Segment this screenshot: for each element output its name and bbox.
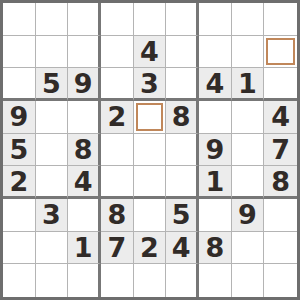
cell-r2c7[interactable] [199,36,232,69]
cell-r6c5[interactable] [134,166,167,199]
cell-r7c1[interactable] [3,199,36,232]
cell-r3c3[interactable]: 9 [68,68,101,101]
cell-r8c2[interactable] [36,232,69,265]
cell-r4c8[interactable] [232,101,265,134]
cell-r4c3[interactable] [68,101,101,134]
cell-r3c4[interactable] [101,68,134,101]
sudoku-board: 459341928458972418385917248 [0,0,300,300]
cell-r7c9[interactable] [264,199,297,232]
cell-r5c7[interactable]: 9 [199,134,232,167]
cell-r7c6[interactable]: 5 [166,199,199,232]
cell-r4c9[interactable]: 4 [264,101,297,134]
cell-r9c9[interactable] [264,264,297,297]
cell-r1c1[interactable] [3,3,36,36]
cell-r2c2[interactable] [36,36,69,69]
cell-r3c1[interactable] [3,68,36,101]
cell-r6c6[interactable] [166,166,199,199]
cell-r8c9[interactable] [264,232,297,265]
cell-r8c4[interactable]: 7 [101,232,134,265]
cell-r4c4[interactable]: 2 [101,101,134,134]
cell-r9c1[interactable] [3,264,36,297]
cell-r6c8[interactable] [232,166,265,199]
cell-r4c6[interactable]: 8 [166,101,199,134]
cell-r6c7[interactable]: 1 [199,166,232,199]
cell-r7c3[interactable] [68,199,101,232]
cell-r3c2[interactable]: 5 [36,68,69,101]
cell-r2c1[interactable] [3,36,36,69]
cell-r2c8[interactable] [232,36,265,69]
cell-r8c1[interactable] [3,232,36,265]
cell-r6c9[interactable]: 8 [264,166,297,199]
cell-r7c4[interactable]: 8 [101,199,134,232]
cell-r6c2[interactable] [36,166,69,199]
cell-r7c2[interactable]: 3 [36,199,69,232]
cell-r4c5[interactable] [134,101,167,134]
cell-r1c2[interactable] [36,3,69,36]
cell-r6c4[interactable] [101,166,134,199]
cell-r3c5[interactable]: 3 [134,68,167,101]
cell-r5c1[interactable]: 5 [3,134,36,167]
cell-r9c6[interactable] [166,264,199,297]
cell-r3c8[interactable]: 1 [232,68,265,101]
cell-r5c2[interactable] [36,134,69,167]
cell-r8c3[interactable]: 1 [68,232,101,265]
cell-r8c6[interactable]: 4 [166,232,199,265]
cell-r9c4[interactable] [101,264,134,297]
cell-r2c6[interactable] [166,36,199,69]
cell-r2c4[interactable] [101,36,134,69]
cell-r9c8[interactable] [232,264,265,297]
cell-r1c4[interactable] [101,3,134,36]
cell-r6c1[interactable]: 2 [3,166,36,199]
cell-r7c7[interactable] [199,199,232,232]
cell-r6c3[interactable]: 4 [68,166,101,199]
cell-r3c9[interactable] [264,68,297,101]
cell-r2c5[interactable]: 4 [134,36,167,69]
cell-r8c7[interactable]: 8 [199,232,232,265]
cell-r9c3[interactable] [68,264,101,297]
cell-r1c8[interactable] [232,3,265,36]
cell-r1c3[interactable] [68,3,101,36]
cell-r8c5[interactable]: 2 [134,232,167,265]
cell-r5c3[interactable]: 8 [68,134,101,167]
cell-r1c9[interactable] [264,3,297,36]
cell-r1c7[interactable] [199,3,232,36]
cell-r4c1[interactable]: 9 [3,101,36,134]
cell-r5c6[interactable] [166,134,199,167]
cell-r9c5[interactable] [134,264,167,297]
cell-r7c5[interactable] [134,199,167,232]
cell-r2c9[interactable] [264,36,297,69]
cell-r7c8[interactable]: 9 [232,199,265,232]
cell-r8c8[interactable] [232,232,265,265]
cell-r5c9[interactable]: 7 [264,134,297,167]
cell-r9c7[interactable] [199,264,232,297]
cell-r3c7[interactable]: 4 [199,68,232,101]
cell-r3c6[interactable] [166,68,199,101]
cell-r4c7[interactable] [199,101,232,134]
cell-r9c2[interactable] [36,264,69,297]
cell-r2c3[interactable] [68,36,101,69]
cell-r5c5[interactable] [134,134,167,167]
cell-r5c4[interactable] [101,134,134,167]
cell-r4c2[interactable] [36,101,69,134]
cell-r1c6[interactable] [166,3,199,36]
cell-r1c5[interactable] [134,3,167,36]
cell-r5c8[interactable] [232,134,265,167]
